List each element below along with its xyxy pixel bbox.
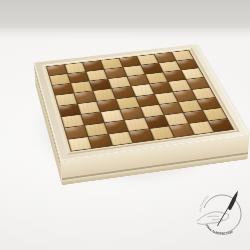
hand-icon xyxy=(197,212,229,225)
watermark-stamp: ılıtıllıılıtıllııl www.fabıllıllı.com xyxy=(197,187,249,244)
board-square xyxy=(109,132,133,146)
board-box xyxy=(36,66,248,185)
board-square xyxy=(68,137,91,151)
stamp-arc-text-bottom: www.fabıllıllı.com xyxy=(204,222,234,236)
stamp-arc-text-top: ılıtıllıılıtıllııl xyxy=(198,194,210,212)
board-square xyxy=(209,119,233,132)
product-photo-scene: ılıtıllıılıtıllııl www.fabıllıllı.com xyxy=(0,0,250,250)
quill-feather-icon xyxy=(228,191,238,211)
board-square xyxy=(89,134,112,148)
hand-finger-line xyxy=(207,216,219,217)
board-grid xyxy=(46,50,235,152)
board-frame-molding xyxy=(41,48,239,155)
